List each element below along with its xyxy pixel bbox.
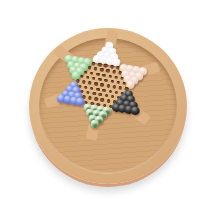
product-photo: [0, 0, 210, 210]
board-hole[interactable]: [100, 98, 104, 102]
board-hole[interactable]: [104, 64, 108, 68]
board-hole[interactable]: [106, 99, 110, 103]
board-hole[interactable]: [96, 72, 100, 76]
black-marble[interactable]: [130, 106, 140, 115]
board-hole[interactable]: [102, 89, 106, 93]
board-hole[interactable]: [106, 84, 110, 88]
board-hole[interactable]: [96, 88, 100, 92]
board-hole[interactable]: [98, 63, 102, 67]
board-hole[interactable]: [110, 65, 114, 69]
board-hole[interactable]: [100, 68, 104, 72]
board-hole[interactable]: [100, 83, 104, 87]
board-hole[interactable]: [112, 70, 116, 74]
board-hole[interactable]: [94, 97, 98, 101]
board-hole[interactable]: [106, 69, 110, 73]
board-hole[interactable]: [102, 73, 106, 77]
board-hole[interactable]: [94, 82, 98, 86]
